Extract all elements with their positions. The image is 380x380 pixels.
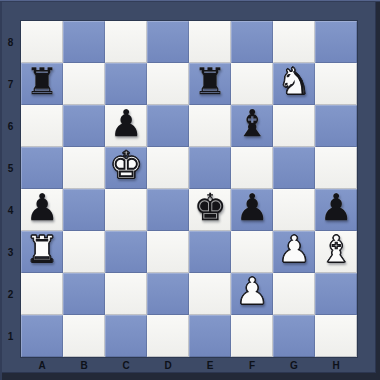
white-bishop-h3[interactable]: ♝ [319,229,352,271]
square-c1[interactable] [105,315,147,357]
square-d1[interactable] [147,315,189,357]
square-b5[interactable] [63,147,105,189]
square-h1[interactable] [315,315,357,357]
square-c3[interactable] [105,231,147,273]
file-label-e: E [189,357,231,373]
rank-label-5: 5 [0,147,21,189]
square-b7[interactable] [63,63,105,105]
square-g6[interactable] [273,105,315,147]
square-h3[interactable]: ♝ [315,231,357,273]
square-f1[interactable] [231,315,273,357]
rank-label-7: 7 [0,63,21,105]
file-label-b: B [63,357,105,373]
square-d7[interactable] [147,63,189,105]
black-king-e4[interactable]: ♚ [193,187,226,229]
square-g4[interactable] [273,189,315,231]
white-pawn-f2[interactable]: ♟ [235,271,268,313]
square-a8[interactable] [21,21,63,63]
square-e3[interactable] [189,231,231,273]
rank-label-8: 8 [0,21,21,63]
rank-labels: 87654321 [0,21,21,357]
rank-label-6: 6 [0,105,21,147]
square-g7[interactable]: ♞ [273,63,315,105]
square-a4[interactable]: ♟ [21,189,63,231]
square-b6[interactable] [63,105,105,147]
black-rook-a7[interactable]: ♜ [25,61,58,103]
square-e2[interactable] [189,273,231,315]
square-a3[interactable]: ♜ [21,231,63,273]
square-g1[interactable] [273,315,315,357]
square-a5[interactable] [21,147,63,189]
square-d3[interactable] [147,231,189,273]
square-b8[interactable] [63,21,105,63]
white-rook-a3[interactable]: ♜ [25,229,58,271]
file-label-a: A [21,357,63,373]
square-d8[interactable] [147,21,189,63]
rank-label-4: 4 [0,189,21,231]
square-b3[interactable] [63,231,105,273]
square-b1[interactable] [63,315,105,357]
square-b4[interactable] [63,189,105,231]
square-e5[interactable] [189,147,231,189]
square-h7[interactable] [315,63,357,105]
square-f6[interactable]: ♝ [231,105,273,147]
square-a1[interactable] [21,315,63,357]
square-e8[interactable] [189,21,231,63]
square-d2[interactable] [147,273,189,315]
black-pawn-a4[interactable]: ♟ [25,187,58,229]
rank-label-2: 2 [0,273,21,315]
chess-board[interactable]: ♜♜♞♟♝♚♟♚♟♟♜♟♝♟ [21,21,357,357]
file-label-f: F [231,357,273,373]
rank-label-3: 3 [0,231,21,273]
file-label-d: D [147,357,189,373]
square-a7[interactable]: ♜ [21,63,63,105]
file-label-h: H [315,357,357,373]
square-e1[interactable] [189,315,231,357]
square-d5[interactable] [147,147,189,189]
white-pawn-g3[interactable]: ♟ [277,229,310,271]
white-knight-g7[interactable]: ♞ [277,61,310,103]
black-pawn-h4[interactable]: ♟ [319,187,352,229]
square-a2[interactable] [21,273,63,315]
square-f5[interactable] [231,147,273,189]
file-labels: ABCDEFGH [21,357,357,373]
square-c6[interactable]: ♟ [105,105,147,147]
square-e6[interactable] [189,105,231,147]
square-g3[interactable]: ♟ [273,231,315,273]
rank-label-1: 1 [0,315,21,357]
square-f4[interactable]: ♟ [231,189,273,231]
square-f3[interactable] [231,231,273,273]
square-c8[interactable] [105,21,147,63]
file-label-c: C [105,357,147,373]
file-label-g: G [273,357,315,373]
square-f7[interactable] [231,63,273,105]
black-rook-e7[interactable]: ♜ [193,61,226,103]
square-f8[interactable] [231,21,273,63]
square-h8[interactable] [315,21,357,63]
black-bishop-f6[interactable]: ♝ [235,103,268,145]
square-e7[interactable]: ♜ [189,63,231,105]
black-pawn-c6[interactable]: ♟ [109,103,142,145]
board-frame: 87654321 ♜♜♞♟♝♚♟♚♟♟♜♟♝♟ ABCDEFGH [0,0,380,380]
square-a6[interactable] [21,105,63,147]
square-d6[interactable] [147,105,189,147]
square-f2[interactable]: ♟ [231,273,273,315]
square-e4[interactable]: ♚ [189,189,231,231]
square-b2[interactable] [63,273,105,315]
square-h5[interactable] [315,147,357,189]
square-c5[interactable]: ♚ [105,147,147,189]
square-h2[interactable] [315,273,357,315]
square-g8[interactable] [273,21,315,63]
square-h4[interactable]: ♟ [315,189,357,231]
square-g2[interactable] [273,273,315,315]
square-d4[interactable] [147,189,189,231]
black-pawn-f4[interactable]: ♟ [235,187,268,229]
square-g5[interactable] [273,147,315,189]
square-c2[interactable] [105,273,147,315]
square-c7[interactable] [105,63,147,105]
square-c4[interactable] [105,189,147,231]
white-king-c5[interactable]: ♚ [109,145,142,187]
square-h6[interactable] [315,105,357,147]
